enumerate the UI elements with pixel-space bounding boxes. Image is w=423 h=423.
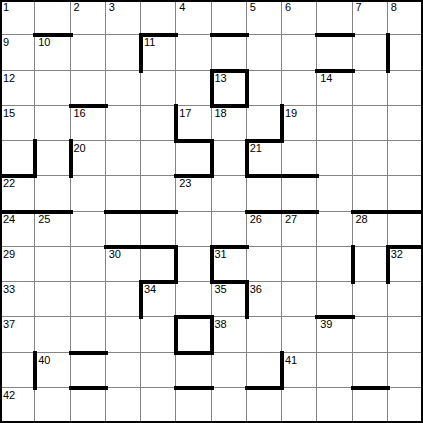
cell-r4c4[interactable] — [106, 106, 141, 141]
cell-r2c2[interactable]: 10 — [35, 35, 70, 70]
cell-r4c2[interactable] — [35, 106, 70, 141]
cell-r8c4[interactable]: 30 — [106, 247, 141, 282]
bar — [280, 174, 319, 178]
cell-r7c6[interactable] — [176, 212, 211, 247]
cell-r9c3[interactable] — [71, 282, 106, 317]
clue-number-23: 23 — [179, 178, 191, 189]
clue-number-32: 32 — [391, 249, 403, 260]
cell-r5c7[interactable] — [212, 141, 247, 176]
bar — [245, 386, 284, 390]
clue-number-35: 35 — [215, 284, 227, 295]
cell-r11c12[interactable] — [388, 353, 423, 388]
bar — [210, 245, 249, 249]
clue-number-20: 20 — [74, 143, 86, 154]
cell-r4c12[interactable] — [388, 106, 423, 141]
cell-r3c2[interactable] — [35, 71, 70, 106]
cell-r3c8[interactable] — [247, 71, 282, 106]
cell-r5c6[interactable] — [176, 141, 211, 176]
bar — [33, 351, 37, 390]
cell-r4c6[interactable]: 17 — [176, 106, 211, 141]
bar — [104, 210, 143, 214]
bar — [386, 210, 423, 214]
cell-r6c5[interactable] — [141, 176, 176, 211]
clue-number-4: 4 — [179, 2, 185, 13]
cell-r2c1[interactable]: 9 — [0, 35, 35, 70]
bar — [280, 351, 284, 390]
bar — [174, 315, 213, 319]
bar — [386, 33, 390, 72]
cell-r12c4[interactable] — [106, 388, 141, 423]
cell-r1c12[interactable]: 8 — [388, 0, 423, 35]
cell-r7c1[interactable]: 24 — [0, 212, 35, 247]
cell-r10c9[interactable] — [282, 317, 317, 352]
clue-number-7: 7 — [356, 2, 362, 13]
cell-r9c4[interactable] — [106, 282, 141, 317]
clue-number-12: 12 — [3, 73, 15, 84]
cell-r5c11[interactable] — [353, 141, 388, 176]
clue-number-3: 3 — [109, 2, 115, 13]
bar — [245, 210, 284, 214]
cell-r11c8[interactable] — [247, 353, 282, 388]
cell-r5c10[interactable] — [317, 141, 352, 176]
cell-r9c6[interactable] — [176, 282, 211, 317]
cell-r7c7[interactable] — [212, 212, 247, 247]
cell-r5c3[interactable]: 20 — [71, 141, 106, 176]
bar — [33, 210, 72, 214]
bar — [315, 33, 354, 37]
cell-r6c10[interactable] — [317, 176, 352, 211]
cell-r1c3[interactable]: 2 — [71, 0, 106, 35]
cell-r12c2[interactable] — [35, 388, 70, 423]
cell-r10c1[interactable]: 37 — [0, 317, 35, 352]
bar — [69, 104, 108, 108]
cell-r1c11[interactable]: 7 — [353, 0, 388, 35]
cell-r5c1[interactable] — [0, 141, 35, 176]
bar — [139, 33, 178, 37]
cell-r7c5[interactable] — [141, 212, 176, 247]
clue-number-15: 15 — [3, 108, 15, 119]
clue-number-2: 2 — [74, 2, 80, 13]
bar — [210, 245, 214, 284]
cell-r8c8[interactable] — [247, 247, 282, 282]
cell-r3c7[interactable]: 13 — [212, 71, 247, 106]
cell-r1c4[interactable]: 3 — [106, 0, 141, 35]
bar — [69, 351, 108, 355]
clue-number-11: 11 — [144, 37, 155, 48]
clue-number-24: 24 — [3, 214, 15, 225]
bar — [139, 245, 178, 249]
cell-r10c4[interactable] — [106, 317, 141, 352]
clue-number-25: 25 — [38, 214, 50, 225]
cell-r11c3[interactable] — [71, 353, 106, 388]
cell-r6c8[interactable] — [247, 176, 282, 211]
clue-number-31: 31 — [215, 249, 227, 260]
cell-r2c12[interactable] — [388, 35, 423, 70]
bar — [174, 351, 213, 355]
cell-r9c11[interactable] — [353, 282, 388, 317]
clue-number-16: 16 — [74, 108, 86, 119]
clue-number-41: 41 — [285, 355, 297, 366]
cell-r10c8[interactable] — [247, 317, 282, 352]
cell-r2c4[interactable] — [106, 35, 141, 70]
clue-number-8: 8 — [391, 2, 397, 13]
clue-number-26: 26 — [250, 214, 262, 225]
bar — [69, 139, 73, 178]
cell-r12c7[interactable] — [212, 388, 247, 423]
cell-r3c5[interactable] — [141, 71, 176, 106]
bar — [245, 139, 284, 143]
cell-r10c12[interactable] — [388, 317, 423, 352]
cell-r11c4[interactable] — [106, 353, 141, 388]
bar — [210, 33, 249, 37]
cell-r10c5[interactable] — [141, 317, 176, 352]
bar — [33, 33, 72, 37]
bar — [139, 210, 178, 214]
bar — [210, 139, 214, 178]
cell-r7c12[interactable] — [388, 212, 423, 247]
cell-r8c3[interactable] — [71, 247, 106, 282]
bar — [174, 174, 213, 178]
bar — [245, 280, 249, 319]
bar — [210, 69, 249, 73]
bar — [245, 69, 249, 108]
bar — [210, 280, 249, 284]
cell-r7c3[interactable] — [71, 212, 106, 247]
crossword-board: 1234567891011121314151617181920212223242… — [0, 0, 423, 423]
cell-r8c1[interactable]: 29 — [0, 247, 35, 282]
cell-r12c1[interactable]: 42 — [0, 388, 35, 423]
cell-r10c10[interactable]: 39 — [317, 317, 352, 352]
clue-number-1: 1 — [3, 2, 9, 13]
cell-r1c5[interactable] — [141, 0, 176, 35]
cell-r2c5[interactable]: 11 — [141, 35, 176, 70]
clue-number-13: 13 — [215, 73, 227, 84]
cell-r5c9[interactable] — [282, 141, 317, 176]
cell-r6c3[interactable] — [71, 176, 106, 211]
cell-r6c1[interactable]: 22 — [0, 176, 35, 211]
cell-r6c4[interactable] — [106, 176, 141, 211]
cell-r11c5[interactable] — [141, 353, 176, 388]
clue-number-27: 27 — [285, 214, 297, 225]
cell-r8c12[interactable]: 32 — [388, 247, 423, 282]
cell-r9c9[interactable] — [282, 282, 317, 317]
clue-number-37: 37 — [3, 319, 15, 330]
cell-r2c7[interactable] — [212, 35, 247, 70]
cell-r2c10[interactable] — [317, 35, 352, 70]
cell-r10c11[interactable] — [353, 317, 388, 352]
bar — [351, 245, 355, 284]
cell-r10c3[interactable] — [71, 317, 106, 352]
bar — [245, 139, 249, 178]
cell-r12c6[interactable] — [176, 388, 211, 423]
bar — [0, 174, 37, 178]
cell-r6c12[interactable] — [388, 176, 423, 211]
cell-r6c6[interactable]: 23 — [176, 176, 211, 211]
bar — [351, 210, 390, 214]
bar — [174, 245, 178, 284]
clue-number-10: 10 — [38, 37, 50, 48]
cell-r7c10[interactable] — [317, 212, 352, 247]
bar — [386, 245, 423, 249]
cell-r3c10[interactable]: 14 — [317, 71, 352, 106]
cell-r6c9[interactable] — [282, 176, 317, 211]
bar — [210, 104, 249, 108]
cell-r2c11[interactable] — [353, 35, 388, 70]
cell-r9c1[interactable]: 33 — [0, 282, 35, 317]
cell-r4c3[interactable]: 16 — [71, 106, 106, 141]
cell-r12c12[interactable] — [388, 388, 423, 423]
cell-r9c2[interactable] — [35, 282, 70, 317]
cell-r1c2[interactable] — [35, 0, 70, 35]
cell-r5c12[interactable] — [388, 141, 423, 176]
cell-r1c8[interactable]: 5 — [247, 0, 282, 35]
cell-r9c5[interactable]: 34 — [141, 282, 176, 317]
clue-number-42: 42 — [3, 390, 15, 401]
cell-r6c11[interactable] — [353, 176, 388, 211]
bar — [174, 386, 213, 390]
cell-r1c1[interactable]: 1 — [0, 0, 35, 35]
cell-r12c9[interactable] — [282, 388, 317, 423]
bar — [139, 280, 178, 284]
cell-r11c11[interactable] — [353, 353, 388, 388]
cell-r12c8[interactable] — [247, 388, 282, 423]
cell-r3c6[interactable] — [176, 71, 211, 106]
clue-number-5: 5 — [250, 2, 256, 13]
cell-r12c11[interactable] — [353, 388, 388, 423]
cell-r2c6[interactable] — [176, 35, 211, 70]
cell-r8c2[interactable] — [35, 247, 70, 282]
bar — [315, 315, 354, 319]
cell-r9c12[interactable] — [388, 282, 423, 317]
cell-r8c9[interactable] — [282, 247, 317, 282]
cell-r7c2[interactable]: 25 — [35, 212, 70, 247]
cell-r4c7[interactable]: 18 — [212, 106, 247, 141]
cell-r3c4[interactable] — [106, 71, 141, 106]
cell-r8c6[interactable] — [176, 247, 211, 282]
bar — [0, 210, 37, 214]
bar — [139, 280, 143, 319]
clue-number-29: 29 — [3, 249, 15, 260]
cell-r4c5[interactable] — [141, 106, 176, 141]
cell-r9c7[interactable]: 35 — [212, 282, 247, 317]
cell-r6c2[interactable] — [35, 176, 70, 211]
cell-r3c12[interactable] — [388, 71, 423, 106]
bar — [174, 139, 213, 143]
cell-r2c9[interactable] — [282, 35, 317, 70]
cell-r11c1[interactable] — [0, 353, 35, 388]
cell-r7c4[interactable] — [106, 212, 141, 247]
cell-r8c11[interactable] — [353, 247, 388, 282]
clue-number-18: 18 — [215, 108, 227, 119]
cell-r10c7[interactable]: 38 — [212, 317, 247, 352]
cell-r4c9[interactable]: 19 — [282, 106, 317, 141]
clue-number-38: 38 — [215, 319, 227, 330]
bar — [33, 139, 37, 178]
cell-r4c1[interactable]: 15 — [0, 106, 35, 141]
cell-r3c11[interactable] — [353, 71, 388, 106]
cell-r1c6[interactable]: 4 — [176, 0, 211, 35]
clue-number-40: 40 — [38, 355, 50, 366]
cell-r7c8[interactable]: 26 — [247, 212, 282, 247]
cell-r3c3[interactable] — [71, 71, 106, 106]
cell-r5c4[interactable] — [106, 141, 141, 176]
cell-r2c8[interactable] — [247, 35, 282, 70]
cell-r12c3[interactable] — [71, 388, 106, 423]
clue-number-9: 9 — [3, 37, 9, 48]
cell-r11c9[interactable]: 41 — [282, 353, 317, 388]
clue-number-14: 14 — [320, 73, 332, 84]
cell-r3c9[interactable] — [282, 71, 317, 106]
cell-r2c3[interactable] — [71, 35, 106, 70]
bar — [245, 174, 284, 178]
bar — [174, 315, 178, 354]
clue-number-30: 30 — [109, 249, 121, 260]
cell-r11c2[interactable]: 40 — [35, 353, 70, 388]
cell-r9c10[interactable] — [317, 282, 352, 317]
bar — [315, 69, 354, 73]
clue-number-36: 36 — [250, 284, 262, 295]
bar — [280, 104, 284, 143]
bar — [174, 104, 178, 143]
cell-r6c7[interactable] — [212, 176, 247, 211]
cell-r10c6[interactable] — [176, 317, 211, 352]
cell-r3c1[interactable]: 12 — [0, 71, 35, 106]
cell-r11c7[interactable] — [212, 353, 247, 388]
clue-number-6: 6 — [285, 2, 291, 13]
clue-number-19: 19 — [285, 108, 297, 119]
cell-r5c8[interactable]: 21 — [247, 141, 282, 176]
clue-number-22: 22 — [3, 178, 15, 189]
cell-r12c5[interactable] — [141, 388, 176, 423]
cell-r4c11[interactable] — [353, 106, 388, 141]
clue-number-17: 17 — [179, 108, 191, 119]
cell-r5c2[interactable] — [35, 141, 70, 176]
clue-number-28: 28 — [356, 214, 368, 225]
cell-r5c5[interactable] — [141, 141, 176, 176]
bar — [280, 210, 319, 214]
cell-r1c7[interactable] — [212, 0, 247, 35]
cell-r9c8[interactable]: 36 — [247, 282, 282, 317]
clue-number-34: 34 — [144, 284, 156, 295]
bar — [104, 245, 143, 249]
clue-number-39: 39 — [320, 319, 332, 330]
bar — [386, 245, 390, 284]
clue-number-21: 21 — [250, 143, 262, 154]
cell-r10c2[interactable] — [35, 317, 70, 352]
cell-r4c10[interactable] — [317, 106, 352, 141]
bar — [351, 386, 390, 390]
cell-r8c10[interactable] — [317, 247, 352, 282]
cell-r12c10[interactable] — [317, 388, 352, 423]
cell-r1c9[interactable]: 6 — [282, 0, 317, 35]
bar — [139, 33, 143, 72]
cell-r11c10[interactable] — [317, 353, 352, 388]
bar — [210, 315, 214, 354]
cell-r4c8[interactable] — [247, 106, 282, 141]
cell-r8c5[interactable] — [141, 247, 176, 282]
cell-r11c6[interactable] — [176, 353, 211, 388]
clue-number-33: 33 — [3, 284, 15, 295]
cell-r7c9[interactable]: 27 — [282, 212, 317, 247]
bar — [69, 386, 108, 390]
cell-r8c7[interactable]: 31 — [212, 247, 247, 282]
cell-r1c10[interactable] — [317, 0, 352, 35]
cell-r7c11[interactable]: 28 — [353, 212, 388, 247]
bar — [210, 69, 214, 108]
